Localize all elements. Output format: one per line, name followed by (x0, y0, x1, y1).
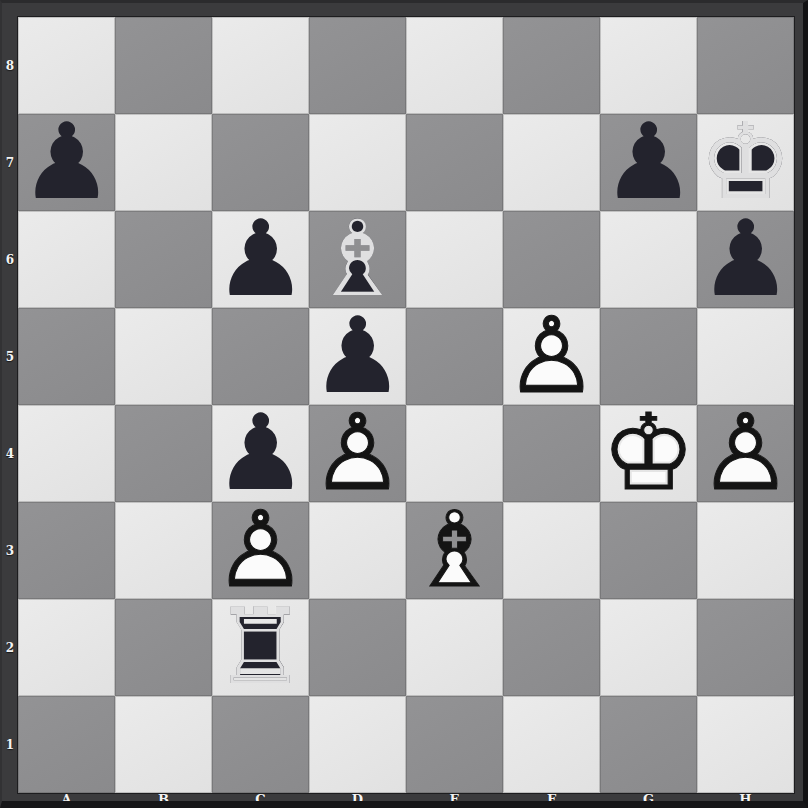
square-g7[interactable]: ♟ (600, 114, 697, 211)
square-f6[interactable] (503, 211, 600, 308)
square-d6[interactable]: ♝♗ (309, 211, 406, 308)
piece-black-bishop: ♝♗ (309, 211, 406, 308)
square-a6[interactable] (18, 211, 115, 308)
square-a5[interactable] (18, 308, 115, 405)
piece-white-king: ♚♔ (600, 405, 697, 502)
square-e7[interactable] (406, 114, 503, 211)
piece-outline: ♙ (697, 405, 794, 502)
piece-fill: ♚ (600, 405, 697, 502)
square-a7[interactable]: ♟ (18, 114, 115, 211)
square-f4[interactable] (503, 405, 600, 502)
square-e2[interactable] (406, 599, 503, 696)
rank-label-4: 4 (2, 405, 18, 502)
square-a1[interactable] (18, 696, 115, 793)
piece-outline: ♗ (309, 211, 406, 308)
file-label-g: G (600, 794, 697, 805)
rank-label-6: 6 (2, 211, 18, 308)
square-h4[interactable]: ♟♙ (697, 405, 794, 502)
piece-fill: ♜ (212, 599, 309, 696)
square-f3[interactable] (503, 502, 600, 599)
square-b6[interactable] (115, 211, 212, 308)
piece-black-pawn: ♟ (18, 114, 115, 211)
square-g6[interactable] (600, 211, 697, 308)
rank-label-2: 2 (2, 599, 18, 696)
file-label-h: H (697, 794, 794, 805)
square-h8[interactable] (697, 17, 794, 114)
piece-fill: ♟ (503, 308, 600, 405)
square-f2[interactable] (503, 599, 600, 696)
square-h5[interactable] (697, 308, 794, 405)
square-b8[interactable] (115, 17, 212, 114)
file-label-c: C (212, 794, 309, 805)
square-d1[interactable] (309, 696, 406, 793)
square-b2[interactable] (115, 599, 212, 696)
square-f5[interactable]: ♟♙ (503, 308, 600, 405)
square-c1[interactable] (212, 696, 309, 793)
piece-fill: ♟ (18, 114, 115, 211)
piece-fill: ♟ (309, 405, 406, 502)
square-a2[interactable] (18, 599, 115, 696)
square-e3[interactable]: ♝♗ (406, 502, 503, 599)
piece-outline: ♖ (212, 599, 309, 696)
piece-fill: ♟ (212, 211, 309, 308)
square-a3[interactable] (18, 502, 115, 599)
piece-black-rook: ♜♖ (212, 599, 309, 696)
square-g2[interactable] (600, 599, 697, 696)
piece-outline: ♙ (309, 405, 406, 502)
square-h2[interactable] (697, 599, 794, 696)
square-b3[interactable] (115, 502, 212, 599)
square-a4[interactable] (18, 405, 115, 502)
piece-fill: ♝ (309, 211, 406, 308)
square-c2[interactable]: ♜♖ (212, 599, 309, 696)
rank-label-8: 8 (2, 17, 18, 114)
square-g4[interactable]: ♚♔ (600, 405, 697, 502)
piece-white-pawn: ♟♙ (697, 405, 794, 502)
square-g3[interactable] (600, 502, 697, 599)
piece-fill: ♚ (697, 114, 794, 211)
square-d8[interactable] (309, 17, 406, 114)
square-d7[interactable] (309, 114, 406, 211)
file-label-e: E (406, 794, 503, 805)
square-h3[interactable] (697, 502, 794, 599)
square-b7[interactable] (115, 114, 212, 211)
piece-white-pawn: ♟♙ (503, 308, 600, 405)
square-c7[interactable] (212, 114, 309, 211)
rank-label-3: 3 (2, 502, 18, 599)
piece-black-pawn: ♟ (212, 211, 309, 308)
file-label-f: F (503, 794, 600, 805)
square-b4[interactable] (115, 405, 212, 502)
rank-label-5: 5 (2, 308, 18, 405)
piece-outline: ♗ (406, 502, 503, 599)
square-h1[interactable] (697, 696, 794, 793)
square-c4[interactable]: ♟ (212, 405, 309, 502)
piece-fill: ♝ (406, 502, 503, 599)
square-d5[interactable]: ♟ (309, 308, 406, 405)
file-label-a: A (18, 794, 115, 805)
piece-white-pawn: ♟♙ (212, 502, 309, 599)
piece-fill: ♟ (697, 405, 794, 502)
square-h7[interactable]: ♚♔ (697, 114, 794, 211)
piece-black-pawn: ♟ (697, 211, 794, 308)
square-d2[interactable] (309, 599, 406, 696)
square-c6[interactable]: ♟ (212, 211, 309, 308)
board-frame: ♟♟♚♔♟♝♗♟♟♟♙♟♟♙♚♔♟♙♟♙♝♗♜♖ 87654321 ABCDEF… (0, 0, 808, 808)
file-label-b: B (115, 794, 212, 805)
piece-fill: ♟ (309, 308, 406, 405)
square-g1[interactable] (600, 696, 697, 793)
square-e1[interactable] (406, 696, 503, 793)
square-f8[interactable] (503, 17, 600, 114)
rank-label-1: 1 (2, 696, 18, 793)
file-labels: ABCDEFGH (18, 794, 794, 805)
piece-fill: ♟ (212, 405, 309, 502)
square-f7[interactable] (503, 114, 600, 211)
square-d3[interactable] (309, 502, 406, 599)
square-c3[interactable]: ♟♙ (212, 502, 309, 599)
square-g8[interactable] (600, 17, 697, 114)
piece-black-pawn: ♟ (600, 114, 697, 211)
square-c5[interactable] (212, 308, 309, 405)
square-e8[interactable] (406, 17, 503, 114)
piece-outline: ♙ (503, 308, 600, 405)
piece-outline: ♙ (212, 502, 309, 599)
square-c8[interactable] (212, 17, 309, 114)
rank-label-7: 7 (2, 114, 18, 211)
square-a8[interactable] (18, 17, 115, 114)
square-b5[interactable] (115, 308, 212, 405)
square-h6[interactable]: ♟ (697, 211, 794, 308)
piece-fill: ♟ (600, 114, 697, 211)
piece-white-pawn: ♟♙ (309, 405, 406, 502)
piece-white-bishop: ♝♗ (406, 502, 503, 599)
square-f1[interactable] (503, 696, 600, 793)
square-e6[interactable] (406, 211, 503, 308)
piece-black-king: ♚♔ (697, 114, 794, 211)
piece-black-pawn: ♟ (212, 405, 309, 502)
square-e4[interactable] (406, 405, 503, 502)
chess-board: ♟♟♚♔♟♝♗♟♟♟♙♟♟♙♚♔♟♙♟♙♝♗♜♖ (18, 17, 794, 793)
piece-fill: ♟ (212, 502, 309, 599)
square-e5[interactable] (406, 308, 503, 405)
square-d4[interactable]: ♟♙ (309, 405, 406, 502)
piece-fill: ♟ (697, 211, 794, 308)
file-label-d: D (309, 794, 406, 805)
piece-black-pawn: ♟ (309, 308, 406, 405)
rank-labels: 87654321 (2, 17, 18, 793)
piece-outline: ♔ (697, 114, 794, 211)
square-b1[interactable] (115, 696, 212, 793)
square-g5[interactable] (600, 308, 697, 405)
piece-outline: ♔ (600, 405, 697, 502)
